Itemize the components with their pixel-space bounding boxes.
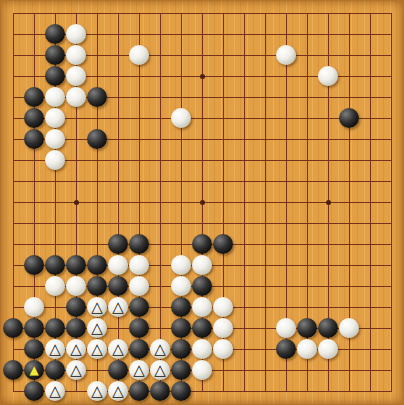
white-stone xyxy=(45,276,65,296)
white-stone xyxy=(129,255,149,275)
triangle-mark-icon: △ xyxy=(91,300,103,315)
white-stone-triangle-marked: △ xyxy=(150,339,170,359)
white-stone xyxy=(192,360,212,380)
white-stone xyxy=(66,66,86,86)
black-stone xyxy=(45,255,65,275)
white-stone-triangle-marked: △ xyxy=(108,381,128,401)
black-stone xyxy=(171,339,191,359)
black-stone xyxy=(24,87,44,107)
black-stone xyxy=(24,339,44,359)
black-stone xyxy=(45,66,65,86)
black-stone xyxy=(129,318,149,338)
black-stone xyxy=(129,381,149,401)
triangle-mark-icon: △ xyxy=(133,363,145,378)
black-stone xyxy=(24,129,44,149)
white-stone xyxy=(66,276,86,296)
black-stone xyxy=(171,297,191,317)
triangle-mark-icon: △ xyxy=(91,342,103,357)
triangle-mark-icon: △ xyxy=(112,300,124,315)
black-stone-last-move: ▲ xyxy=(24,360,44,380)
triangle-mark-icon: △ xyxy=(49,384,61,399)
black-stone xyxy=(66,297,86,317)
triangle-mark-icon: △ xyxy=(154,342,166,357)
black-stone xyxy=(276,339,296,359)
black-stone xyxy=(108,360,128,380)
black-stone xyxy=(3,360,23,380)
white-stone-triangle-marked: △ xyxy=(45,339,65,359)
white-stone xyxy=(171,255,191,275)
black-stone xyxy=(213,234,233,254)
triangle-mark-icon: △ xyxy=(49,342,61,357)
black-stone xyxy=(129,234,149,254)
triangle-mark-icon: △ xyxy=(154,363,166,378)
black-stone xyxy=(87,87,107,107)
triangle-mark-icon: △ xyxy=(70,342,82,357)
black-stone xyxy=(192,276,212,296)
white-stone-triangle-marked: △ xyxy=(150,360,170,380)
black-stone xyxy=(297,318,317,338)
white-stone-triangle-marked: △ xyxy=(66,339,86,359)
black-stone xyxy=(171,318,191,338)
white-stone xyxy=(129,276,149,296)
white-stone-triangle-marked: △ xyxy=(45,381,65,401)
white-stone xyxy=(297,339,317,359)
white-stone xyxy=(45,129,65,149)
star-point xyxy=(326,200,331,205)
white-stone xyxy=(66,45,86,65)
black-stone xyxy=(129,339,149,359)
go-board[interactable]: △△△△△△△△▲△△△△△△ xyxy=(0,0,404,405)
white-stone-triangle-marked: △ xyxy=(87,297,107,317)
yellow-triangle-last-move-icon: ▲ xyxy=(29,364,38,376)
white-stone xyxy=(339,318,359,338)
triangle-mark-icon: △ xyxy=(112,342,124,357)
white-stone-triangle-marked: △ xyxy=(87,339,107,359)
white-stone xyxy=(213,297,233,317)
star-point xyxy=(200,200,205,205)
white-stone xyxy=(45,87,65,107)
black-stone xyxy=(3,318,23,338)
white-stone xyxy=(318,339,338,359)
black-stone xyxy=(108,234,128,254)
white-stone-triangle-marked: △ xyxy=(129,360,149,380)
white-stone xyxy=(276,45,296,65)
white-stone xyxy=(192,339,212,359)
black-stone xyxy=(87,276,107,296)
black-stone xyxy=(192,234,212,254)
triangle-mark-icon: △ xyxy=(91,321,103,336)
white-stone xyxy=(171,108,191,128)
white-stone-triangle-marked: △ xyxy=(87,318,107,338)
white-stone xyxy=(66,87,86,107)
black-stone xyxy=(192,318,212,338)
white-stone xyxy=(108,255,128,275)
white-stone xyxy=(171,276,191,296)
triangle-mark-icon: △ xyxy=(70,363,82,378)
star-point xyxy=(200,74,205,79)
black-stone xyxy=(45,24,65,44)
white-stone xyxy=(129,45,149,65)
white-stone-triangle-marked: △ xyxy=(87,381,107,401)
black-stone xyxy=(66,318,86,338)
black-stone xyxy=(24,255,44,275)
black-stone xyxy=(24,108,44,128)
white-stone xyxy=(213,318,233,338)
white-stone-triangle-marked: △ xyxy=(66,360,86,380)
white-stone xyxy=(45,108,65,128)
black-stone xyxy=(45,360,65,380)
white-stone xyxy=(45,150,65,170)
black-stone xyxy=(108,276,128,296)
black-stone xyxy=(45,318,65,338)
black-stone xyxy=(318,318,338,338)
black-stone xyxy=(171,360,191,380)
black-stone xyxy=(45,45,65,65)
white-stone xyxy=(192,297,212,317)
black-stone xyxy=(150,381,170,401)
black-stone xyxy=(24,381,44,401)
white-stone xyxy=(24,297,44,317)
black-stone xyxy=(87,255,107,275)
white-stone xyxy=(318,66,338,86)
black-stone xyxy=(129,297,149,317)
white-stone xyxy=(276,318,296,338)
white-stone xyxy=(192,255,212,275)
black-stone xyxy=(66,255,86,275)
black-stone xyxy=(24,318,44,338)
triangle-mark-icon: △ xyxy=(91,384,103,399)
white-stone-triangle-marked: △ xyxy=(108,297,128,317)
triangle-mark-icon: △ xyxy=(112,384,124,399)
star-point xyxy=(74,200,79,205)
black-stone xyxy=(87,129,107,149)
black-stone xyxy=(339,108,359,128)
black-stone xyxy=(171,381,191,401)
white-stone-triangle-marked: △ xyxy=(108,339,128,359)
white-stone xyxy=(66,24,86,44)
white-stone xyxy=(213,339,233,359)
